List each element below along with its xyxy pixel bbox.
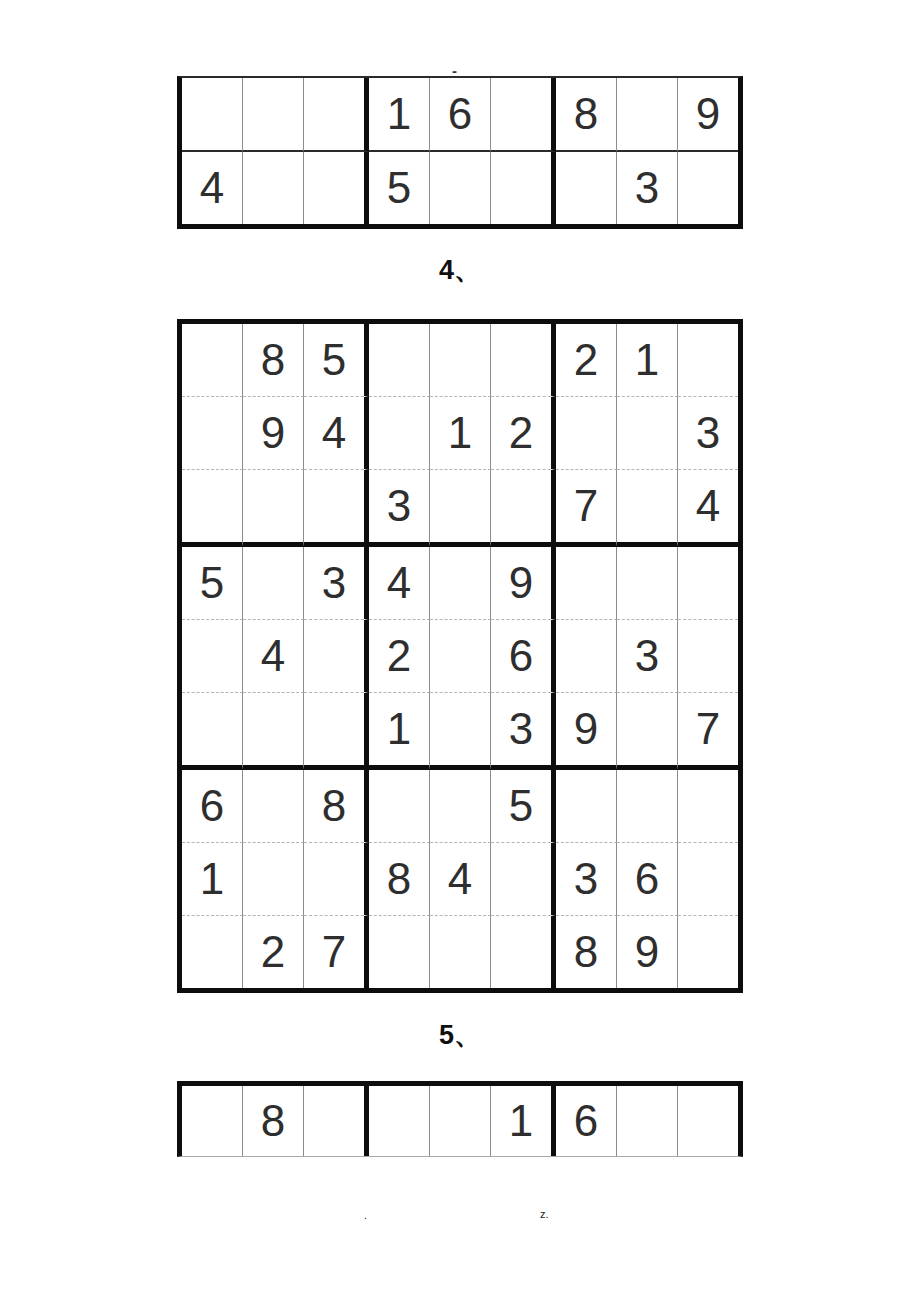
sudoku-cell[interactable] [243,547,304,620]
given-digit: 9 [509,561,533,605]
sudoku-cell[interactable]: 7 [678,693,738,770]
sudoku-cell[interactable] [182,78,243,152]
footer-z-mark: z. [540,1208,549,1220]
sudoku-cell[interactable] [617,547,678,620]
sudoku-cell[interactable]: 9 [617,916,678,988]
sudoku-cell[interactable] [243,152,304,224]
given-digit: 1 [387,92,411,136]
sudoku-cell[interactable] [430,620,491,693]
given-digit: 9 [574,707,598,751]
sudoku-cell[interactable] [491,916,556,988]
sudoku-cell[interactable] [430,916,491,988]
given-digit: 4 [696,484,720,528]
document-page: - 1689453 4、 852194123374534942631397685… [0,0,920,1302]
sudoku-cell[interactable]: 8 [369,843,430,916]
sudoku-cell[interactable] [491,78,556,152]
sudoku-cell[interactable]: 2 [491,397,556,470]
sudoku-cell[interactable]: 3 [617,620,678,693]
sudoku-cell[interactable]: 4 [304,397,369,470]
sudoku-cell[interactable]: 3 [556,843,617,916]
given-digit: 3 [387,484,411,528]
sudoku-cell[interactable]: 1 [369,78,430,152]
sudoku-cell[interactable] [369,324,430,397]
sudoku-cell[interactable]: 1 [369,693,430,770]
sudoku-cell[interactable]: 3 [491,693,556,770]
sudoku-cell[interactable]: 4 [430,843,491,916]
sudoku-cell[interactable] [491,152,556,224]
given-digit: 3 [635,634,659,678]
given-digit: 8 [261,1099,285,1143]
footer-dot-mark: . [364,1209,367,1221]
sudoku-cell[interactable]: 8 [304,770,369,843]
puzzle-4-label: 4、 [0,254,920,286]
given-digit: 3 [635,166,659,210]
sudoku-cell[interactable]: 5 [491,770,556,843]
given-digit: 2 [387,634,411,678]
sudoku-cell[interactable] [182,470,243,547]
sudoku-cell[interactable] [304,693,369,770]
sudoku-cell[interactable] [243,470,304,547]
sudoku-cell[interactable] [556,152,617,224]
given-digit: 9 [261,411,285,455]
sudoku-cell[interactable] [243,78,304,152]
sudoku-cell[interactable] [304,1086,369,1156]
given-digit: 5 [509,784,533,828]
sudoku-cell[interactable] [369,916,430,988]
sudoku-cell[interactable] [369,397,430,470]
sudoku-cell[interactable] [678,770,738,843]
sudoku-cell[interactable]: 3 [304,547,369,620]
given-digit: 8 [574,930,598,974]
given-digit: 5 [387,166,411,210]
sudoku-cell[interactable] [430,770,491,843]
sudoku-cell[interactable]: 8 [556,78,617,152]
sudoku-grid-puzzle-3-fragment: 1689453 [177,76,743,229]
given-digit: 4 [448,857,472,901]
sudoku-cell[interactable] [678,843,738,916]
given-digit: 6 [200,784,224,828]
sudoku-cell[interactable] [182,324,243,397]
sudoku-cell[interactable] [617,1086,678,1156]
given-digit: 1 [635,338,659,382]
sudoku-cell[interactable]: 5 [182,547,243,620]
sudoku-grid-puzzle-4: 852194123374534942631397685184362789 [177,319,743,993]
given-digit: 9 [635,930,659,974]
sudoku-cell[interactable] [617,78,678,152]
given-digit: 6 [635,857,659,901]
given-digit: 8 [261,338,285,382]
given-digit: 5 [200,561,224,605]
sudoku-cell[interactable] [243,770,304,843]
sudoku-cell[interactable] [304,620,369,693]
sudoku-cell[interactable] [304,470,369,547]
sudoku-cell[interactable] [304,78,369,152]
given-digit: 7 [574,484,598,528]
sudoku-cell[interactable] [430,324,491,397]
sudoku-cell[interactable]: 7 [304,916,369,988]
given-digit: 4 [200,166,224,210]
sudoku-cell[interactable] [678,916,738,988]
sudoku-cell[interactable] [182,916,243,988]
sudoku-cell[interactable] [430,547,491,620]
sudoku-cell[interactable]: 9 [556,693,617,770]
sudoku-cell[interactable] [243,693,304,770]
sudoku-cell[interactable] [678,324,738,397]
given-digit: 6 [574,1099,598,1143]
given-digit: 2 [574,338,598,382]
given-digit: 1 [509,1099,533,1143]
given-digit: 9 [696,92,720,136]
sudoku-cell[interactable]: 4 [182,152,243,224]
given-digit: 1 [200,857,224,901]
given-digit: 4 [261,634,285,678]
sudoku-cell[interactable] [617,470,678,547]
given-digit: 5 [322,338,346,382]
sudoku-cell[interactable]: 1 [182,843,243,916]
given-digit: 3 [322,561,346,605]
sudoku-cell[interactable]: 2 [243,916,304,988]
given-digit: 3 [509,707,533,751]
sudoku-cell[interactable] [556,770,617,843]
sudoku-cell[interactable] [556,547,617,620]
sudoku-cell[interactable]: 1 [430,397,491,470]
sudoku-cell[interactable]: 6 [617,843,678,916]
sudoku-cell[interactable] [369,1086,430,1156]
given-digit: 6 [448,92,472,136]
sudoku-grid-puzzle-5-fragment: 816 [177,1081,743,1157]
sudoku-cell[interactable]: 6 [491,620,556,693]
sudoku-cell[interactable]: 7 [556,470,617,547]
given-digit: 4 [322,411,346,455]
sudoku-cell[interactable] [617,770,678,843]
sudoku-cell[interactable]: 3 [617,152,678,224]
given-digit: 7 [696,707,720,751]
sudoku-cell[interactable] [430,152,491,224]
given-digit: 3 [696,411,720,455]
sudoku-cell[interactable]: 3 [678,397,738,470]
sudoku-cell[interactable]: 5 [369,152,430,224]
sudoku-cell[interactable]: 4 [369,547,430,620]
sudoku-cell[interactable] [491,843,556,916]
sudoku-cell[interactable]: 3 [369,470,430,547]
given-digit: 4 [387,561,411,605]
given-digit: 2 [261,930,285,974]
sudoku-cell[interactable]: 9 [243,397,304,470]
given-digit: 7 [322,930,346,974]
sudoku-cell[interactable]: 5 [304,324,369,397]
sudoku-cell[interactable] [430,470,491,547]
given-digit: 1 [387,707,411,751]
sudoku-cell[interactable] [182,693,243,770]
sudoku-cell[interactable] [556,397,617,470]
sudoku-cell[interactable] [678,620,738,693]
given-digit: 2 [509,411,533,455]
sudoku-cell[interactable] [369,770,430,843]
sudoku-cell[interactable] [678,152,738,224]
sudoku-cell[interactable] [182,397,243,470]
sudoku-cell[interactable]: 2 [369,620,430,693]
sudoku-cell[interactable] [556,620,617,693]
sudoku-cell[interactable]: 8 [556,916,617,988]
sudoku-cell[interactable]: 8 [243,324,304,397]
sudoku-cell[interactable]: 9 [491,547,556,620]
given-digit: 8 [387,857,411,901]
sudoku-cell[interactable] [617,693,678,770]
sudoku-cell[interactable] [678,1086,738,1156]
sudoku-cell[interactable] [182,620,243,693]
sudoku-cell[interactable]: 6 [556,1086,617,1156]
sudoku-cell[interactable]: 9 [678,78,738,152]
sudoku-cell[interactable] [430,693,491,770]
given-digit: 3 [574,857,598,901]
sudoku-cell[interactable] [617,397,678,470]
given-digit: 8 [322,784,346,828]
sudoku-cell[interactable] [678,547,738,620]
given-digit: 1 [448,411,472,455]
sudoku-cell[interactable]: 6 [182,770,243,843]
sudoku-cell[interactable]: 4 [243,620,304,693]
sudoku-cell[interactable]: 1 [491,1086,556,1156]
given-digit: 6 [509,634,533,678]
sudoku-cell[interactable] [430,1086,491,1156]
given-digit: 8 [574,92,598,136]
sudoku-cell[interactable] [243,843,304,916]
sudoku-cell[interactable]: 8 [243,1086,304,1156]
sudoku-cell[interactable] [182,1086,243,1156]
sudoku-cell[interactable] [491,470,556,547]
sudoku-cell[interactable] [304,843,369,916]
puzzle-5-label: 5、 [0,1019,920,1051]
sudoku-cell[interactable]: 2 [556,324,617,397]
sudoku-cell[interactable]: 4 [678,470,738,547]
sudoku-cell[interactable]: 6 [430,78,491,152]
sudoku-cell[interactable]: 1 [617,324,678,397]
sudoku-cell[interactable] [304,152,369,224]
sudoku-cell[interactable] [491,324,556,397]
